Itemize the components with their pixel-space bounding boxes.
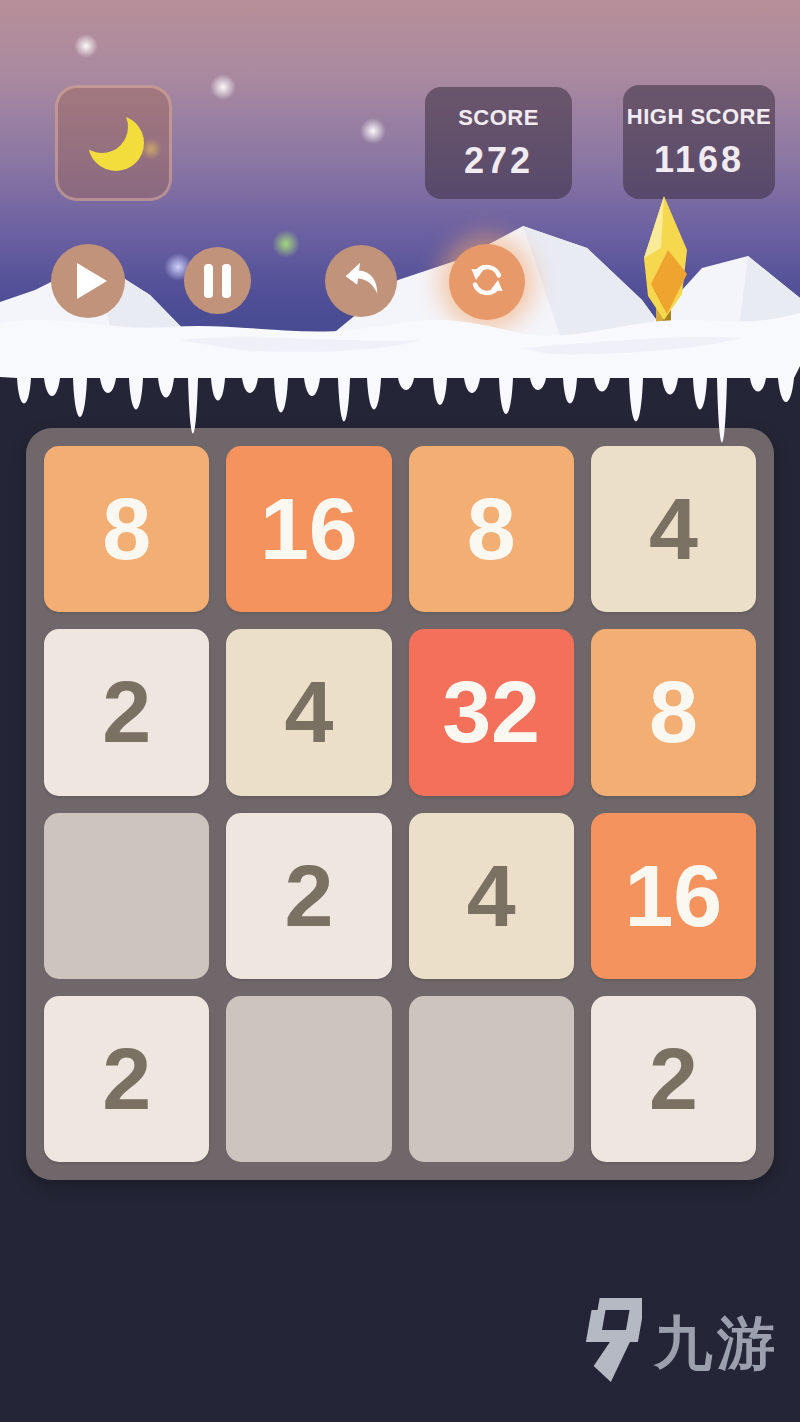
game-board[interactable]: 8 16 8 4 2 4 32 8 2 4 16 2 2 <box>26 428 774 1180</box>
tile-16: 16 <box>226 446 391 612</box>
tile-4: 4 <box>591 446 756 612</box>
empty-cell <box>226 996 391 1162</box>
high-score-label: HIGH SCORE <box>627 106 771 128</box>
score-label: SCORE <box>458 107 539 129</box>
tile-8: 8 <box>409 446 574 612</box>
tile-4: 4 <box>409 813 574 979</box>
tile-2: 2 <box>226 813 391 979</box>
watermark: 九游 <box>572 1296 780 1392</box>
tile-8: 8 <box>44 446 209 612</box>
tile-16: 16 <box>591 813 756 979</box>
score-panel: SCORE 272 <box>425 87 572 199</box>
high-score-panel: HIGH SCORE 1168 <box>623 85 775 199</box>
score-value: 272 <box>464 143 533 179</box>
undo-arrow-icon <box>338 256 384 306</box>
empty-cell <box>44 813 209 979</box>
play-icon <box>77 263 107 299</box>
watermark-text: 九游 <box>654 1305 780 1383</box>
refresh-icon <box>465 258 509 306</box>
tile-4: 4 <box>226 629 391 795</box>
tile-2: 2 <box>44 629 209 795</box>
undo-button[interactable] <box>325 245 397 317</box>
tile-8: 8 <box>591 629 756 795</box>
play-button[interactable] <box>51 244 125 318</box>
high-score-value: 1168 <box>654 142 744 178</box>
empty-cell <box>409 996 574 1162</box>
restart-button[interactable] <box>449 244 525 320</box>
pause-icon <box>204 264 231 298</box>
tile-32: 32 <box>409 629 574 795</box>
tile-2: 2 <box>591 996 756 1162</box>
moon-icon <box>79 106 149 180</box>
tile-2: 2 <box>44 996 209 1162</box>
pause-button[interactable] <box>184 247 251 314</box>
theme-toggle-button[interactable] <box>55 85 172 201</box>
9game-logo-icon <box>572 1296 642 1392</box>
